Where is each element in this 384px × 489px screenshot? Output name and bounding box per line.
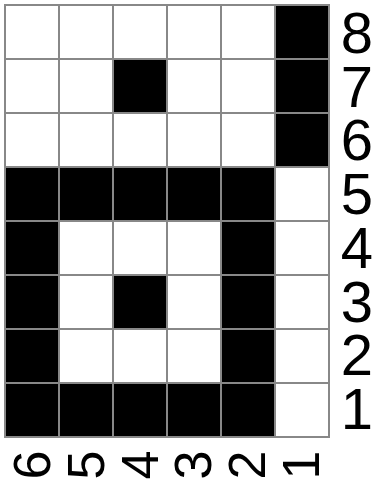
cell-c1-r1[interactable] [276,384,328,436]
cell-c6-r2[interactable] [6,330,58,382]
cell-c4-r8[interactable] [114,6,166,58]
cell-c1-r2[interactable] [276,330,328,382]
cell-c6-r4[interactable] [6,222,58,274]
row-label-3: 3 [330,275,384,329]
row-label-1: 1 [330,382,384,436]
cell-c6-r5[interactable] [6,168,58,220]
cell-c2-r5[interactable] [222,168,274,220]
cell-c3-r1[interactable] [168,384,220,436]
cell-c1-r8[interactable] [276,6,328,58]
col-labels: 654321 [4,438,330,489]
cell-c4-r1[interactable] [114,384,166,436]
cell-c1-r6[interactable] [276,114,328,166]
col-label-2: 2 [221,438,275,489]
cell-c3-r4[interactable] [168,222,220,274]
cell-c6-r8[interactable] [6,6,58,58]
cell-c5-r5[interactable] [60,168,112,220]
cell-c2-r7[interactable] [222,60,274,112]
col-label-6: 6 [6,438,60,489]
cell-c1-r4[interactable] [276,222,328,274]
corner-spacer [330,438,384,489]
cell-c2-r2[interactable] [222,330,274,382]
row-label-8: 8 [330,6,384,60]
cell-c4-r2[interactable] [114,330,166,382]
cell-c2-r4[interactable] [222,222,274,274]
cell-c3-r8[interactable] [168,6,220,58]
cell-c3-r3[interactable] [168,276,220,328]
col-label-4: 4 [113,438,167,489]
cell-c1-r3[interactable] [276,276,328,328]
cell-c2-r8[interactable] [222,6,274,58]
row-label-5: 5 [330,167,384,221]
cell-c2-r6[interactable] [222,114,274,166]
cell-c1-r7[interactable] [276,60,328,112]
cell-c3-r2[interactable] [168,330,220,382]
cell-c5-r4[interactable] [60,222,112,274]
cell-c5-r8[interactable] [60,6,112,58]
row-label-7: 7 [330,60,384,114]
cell-c4-r4[interactable] [114,222,166,274]
cell-c4-r5[interactable] [114,168,166,220]
cell-c5-r1[interactable] [60,384,112,436]
cell-c2-r1[interactable] [222,384,274,436]
cell-c3-r7[interactable] [168,60,220,112]
cell-c4-r6[interactable] [114,114,166,166]
cell-c2-r3[interactable] [222,276,274,328]
row-label-4: 4 [330,221,384,275]
row-label-2: 2 [330,329,384,383]
cell-c6-r7[interactable] [6,60,58,112]
cell-c5-r3[interactable] [60,276,112,328]
cell-c6-r1[interactable] [6,384,58,436]
row-label-6: 6 [330,114,384,168]
cell-c3-r6[interactable] [168,114,220,166]
col-label-1: 1 [274,438,328,489]
col-label-3: 3 [167,438,221,489]
cell-c1-r5[interactable] [276,168,328,220]
cell-c4-r7[interactable] [114,60,166,112]
cell-c3-r5[interactable] [168,168,220,220]
cell-c5-r2[interactable] [60,330,112,382]
puzzle-layout: 87654321 654321 [4,4,384,489]
cell-c4-r3[interactable] [114,276,166,328]
cell-c6-r3[interactable] [6,276,58,328]
cell-c5-r6[interactable] [60,114,112,166]
board-grid [4,4,330,438]
row-labels: 87654321 [330,4,384,438]
cell-c5-r7[interactable] [60,60,112,112]
col-label-5: 5 [60,438,114,489]
cell-c6-r6[interactable] [6,114,58,166]
